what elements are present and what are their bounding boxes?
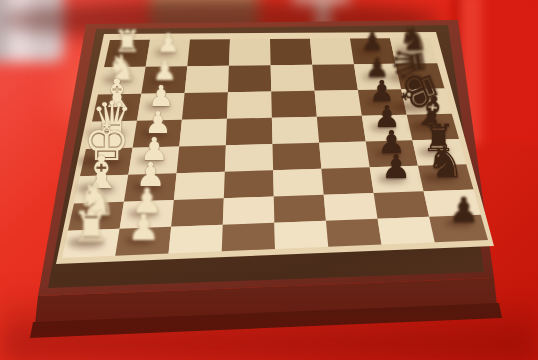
piece-white-pawn[interactable]: ♟	[127, 210, 159, 246]
piece-white-pawn[interactable]: ♟	[157, 31, 180, 57]
piece-black-pawn[interactable]: ♟	[448, 193, 479, 228]
piece-black-knight[interactable]: ♞	[426, 141, 465, 184]
piece-white-rook[interactable]: ♜	[72, 207, 110, 250]
photo-stage: Wooden chess set on a bright red table, …	[0, 0, 538, 360]
piece-black-pawn[interactable]: ♟	[381, 151, 411, 184]
chess-pieces-layer: ♜♟♞♟♞♟♛♟♝♟♚♟♛♟♝♟♚♟♜♟♝♟♞♟♞♟♟♜♟	[0, 0, 538, 360]
